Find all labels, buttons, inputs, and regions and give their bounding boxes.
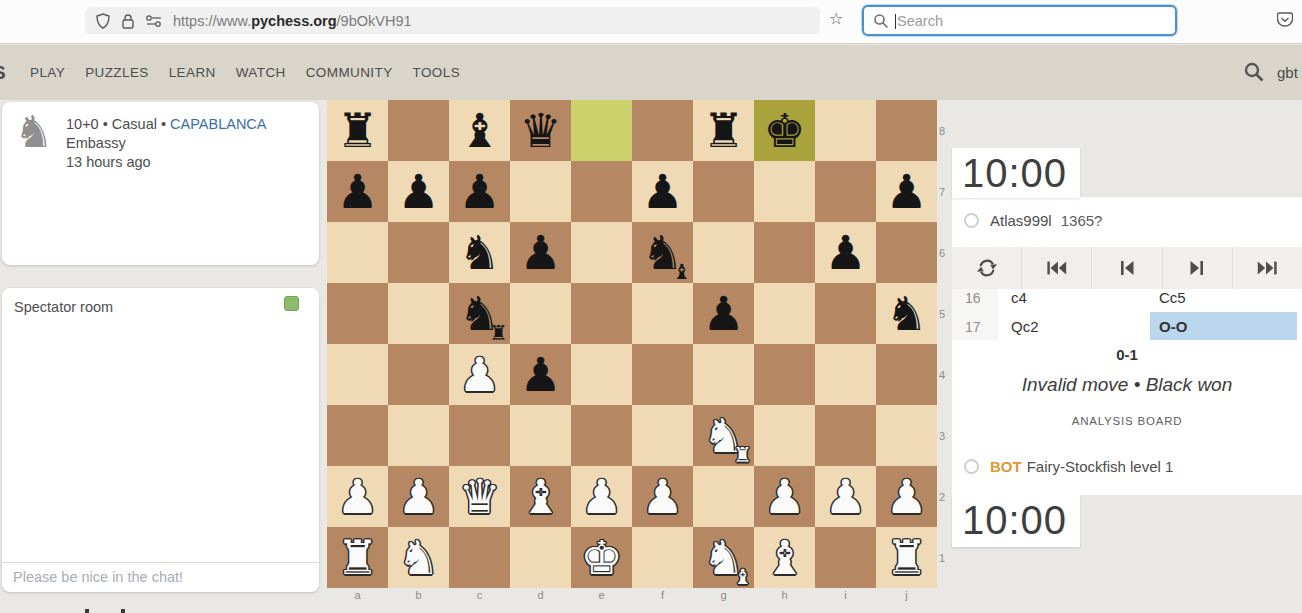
chat-room-title: Spectator room: [14, 299, 113, 315]
square-j7[interactable]: ♟: [876, 161, 937, 222]
flip-board-icon: [976, 257, 998, 279]
player-circle-icon: [964, 213, 979, 228]
flip-board-button[interactable]: [952, 247, 1022, 289]
square-j5[interactable]: ♞: [876, 283, 937, 344]
game-subvariant: Embassy: [66, 134, 267, 153]
square-j6[interactable]: [876, 222, 937, 283]
square-d5[interactable]: [510, 283, 571, 344]
square-b2[interactable]: ♟: [388, 466, 449, 527]
chat-card: Spectator room: [2, 288, 319, 592]
game-info-lines: 10+0 • Casual • CAPABLANCA Embassy 13 ho…: [66, 115, 267, 172]
bot-badge: BOT: [990, 458, 1022, 475]
piece-white-P-b2: ♟: [388, 466, 449, 527]
square-b7[interactable]: ♟: [388, 161, 449, 222]
square-g3[interactable]: ♞♜: [693, 405, 754, 466]
username[interactable]: gbt: [1277, 64, 1298, 81]
square-f4[interactable]: [632, 344, 693, 405]
move-row-17: 17Qc2O-O: [952, 312, 1302, 340]
site-search-icon[interactable]: [1243, 61, 1265, 83]
square-b6[interactable]: [388, 222, 449, 283]
square-a7[interactable]: ♟: [327, 161, 388, 222]
square-d2[interactable]: ♝: [510, 466, 571, 527]
next-move-button[interactable]: [1163, 247, 1233, 289]
shield-icon[interactable]: [95, 13, 111, 29]
lock-icon[interactable]: [121, 13, 135, 29]
piece-black-P-j7: ♟: [876, 161, 937, 222]
square-f1[interactable]: [632, 527, 693, 588]
rank-label-7: 7: [939, 161, 951, 222]
compound-piece-badge: ♜: [733, 445, 752, 466]
game-result: 0-1: [952, 346, 1302, 363]
square-h3[interactable]: [754, 405, 815, 466]
square-a1[interactable]: ♜: [327, 527, 388, 588]
square-e6[interactable]: [571, 222, 632, 283]
move-list: 16c4Cc517Qc2O-O: [952, 289, 1302, 340]
square-h7[interactable]: [754, 161, 815, 222]
square-h5[interactable]: [754, 283, 815, 344]
square-h6[interactable]: [754, 222, 815, 283]
piece-white-A-g1: ♞♝: [693, 527, 754, 588]
rank-label-2: 2: [939, 466, 951, 527]
piece-black-R-g8: ♜: [693, 100, 754, 161]
square-i2[interactable]: ♟: [815, 466, 876, 527]
panel-black-player-name: Atlas999l: [990, 212, 1052, 229]
piece-black-N-j5: ♞: [876, 283, 937, 344]
piece-black-N-c6: ♞: [449, 222, 510, 283]
nav-item-tools[interactable]: TOOLS: [413, 65, 461, 80]
piece-black-P-f7: ♟: [632, 161, 693, 222]
square-g1[interactable]: ♞♝: [693, 527, 754, 588]
panel-black-player-row[interactable]: Atlas999l 1365?: [964, 212, 1294, 229]
analysis-board-link[interactable]: ANALYSIS BOARD: [952, 415, 1302, 427]
file-label-g: g: [693, 589, 754, 605]
piece-white-P-e2: ♟: [571, 466, 632, 527]
square-c7[interactable]: ♟: [449, 161, 510, 222]
first-move-button[interactable]: [1022, 247, 1092, 289]
square-g8[interactable]: ♜: [693, 100, 754, 161]
piece-black-P-d6: ♟: [510, 222, 571, 283]
square-e8[interactable]: [571, 100, 632, 161]
square-d8[interactable]: ♛: [510, 100, 571, 161]
piece-black-A-f6: ♞♝: [632, 222, 693, 283]
nav-item-community[interactable]: COMMUNITY: [306, 65, 393, 80]
chat-input-wrap: [2, 562, 319, 591]
piece-white-P-h2: ♟: [754, 466, 815, 527]
square-i3[interactable]: [815, 405, 876, 466]
panel-white-player-name: Fairy-Stockfish level 1: [1027, 458, 1174, 475]
move-black[interactable]: Cc5: [1150, 289, 1297, 312]
square-f6[interactable]: ♞♝: [632, 222, 693, 283]
text-caret: [895, 14, 896, 29]
square-a6[interactable]: [327, 222, 388, 283]
move-white[interactable]: c4: [998, 289, 1150, 306]
move-white[interactable]: Qc2: [998, 318, 1150, 335]
last-move-button[interactable]: [1233, 247, 1302, 289]
square-h2[interactable]: ♟: [754, 466, 815, 527]
black-clock: 10:00: [952, 148, 1080, 198]
screen: https://www.pychess.org/9bOkVH91 ☆ S PLA…: [0, 0, 1302, 613]
move-controls-toolbar: [952, 247, 1302, 289]
panel-white-player-row[interactable]: BOT Fairy-Stockfish level 1: [964, 458, 1294, 475]
rank-label-4: 4: [939, 344, 951, 405]
piece-black-Q-d8: ♛: [510, 100, 571, 161]
chat-input[interactable]: [2, 563, 319, 591]
player-circle-icon: [964, 459, 979, 474]
step-back-icon: [1118, 259, 1136, 277]
chat-presence-indicator: [284, 296, 299, 311]
white-clock: 10:00: [952, 495, 1080, 547]
square-i8[interactable]: [815, 100, 876, 161]
file-label-b: b: [388, 589, 449, 605]
site-logo-partial[interactable]: S: [0, 62, 7, 84]
nav-items: PLAYPUZZLESLEARNWATCHCOMMUNITYTOOLS: [30, 45, 460, 100]
file-label-d: d: [510, 589, 571, 605]
step-forward-icon: [1188, 259, 1206, 277]
square-j4[interactable]: [876, 344, 937, 405]
square-g7[interactable]: [693, 161, 754, 222]
game-info-card: ♞ 10+0 • Casual • CAPABLANCA Embassy 13 …: [2, 102, 319, 265]
rank-label-3: 3: [939, 405, 951, 466]
compound-piece-badge: ♝: [733, 567, 752, 588]
bookmark-star-icon[interactable]: ☆: [829, 9, 843, 28]
piece-white-B-d2: ♝: [510, 466, 571, 527]
piece-black-P-a7: ♟: [327, 161, 388, 222]
piece-white-B-h1: ♝: [754, 527, 815, 588]
square-h4[interactable]: [754, 344, 815, 405]
square-c6[interactable]: ♞: [449, 222, 510, 283]
piece-white-R-j1: ♜: [876, 527, 937, 588]
file-label-j: j: [876, 589, 937, 605]
square-j8[interactable]: [876, 100, 937, 161]
piece-white-P-j2: ♟: [876, 466, 937, 527]
nav-item-watch[interactable]: WATCH: [236, 65, 286, 80]
compound-piece-badge: ♝: [672, 262, 691, 283]
square-g6[interactable]: [693, 222, 754, 283]
game-header: 10+0 • Casual • CAPABLANCA: [66, 115, 267, 134]
skip-to-start-icon: [1046, 259, 1068, 277]
square-j1[interactable]: ♜: [876, 527, 937, 588]
square-c4[interactable]: ♟: [449, 344, 510, 405]
move-black-selected[interactable]: O-O: [1150, 312, 1297, 340]
piece-white-Q-c2: ♛: [449, 466, 510, 527]
piece-black-C-c5: ♞♜: [449, 283, 510, 344]
rank-label-6: 6: [939, 222, 951, 283]
rank-label-5: 5: [939, 283, 951, 344]
square-b4[interactable]: [388, 344, 449, 405]
square-g4[interactable]: [693, 344, 754, 405]
move-number: 16: [952, 289, 998, 312]
file-label-i: i: [815, 589, 876, 605]
browser-chrome: https://www.pychess.org/9bOkVH91 ☆: [0, 0, 1302, 44]
game-result-reason: Invalid move • Black won: [952, 374, 1302, 396]
square-d1[interactable]: [510, 527, 571, 588]
piece-black-K-h8: ♚: [754, 100, 815, 161]
square-c8[interactable]: ♝: [449, 100, 510, 161]
file-label-f: f: [632, 589, 693, 605]
square-f8[interactable]: [632, 100, 693, 161]
square-d3[interactable]: [510, 405, 571, 466]
file-label-h: h: [754, 589, 815, 605]
square-b3[interactable]: [388, 405, 449, 466]
clipped-text-below-fold: [121, 609, 125, 613]
square-j2[interactable]: ♟: [876, 466, 937, 527]
variant-link[interactable]: CAPABLANCA: [170, 116, 266, 132]
square-d4[interactable]: ♟: [510, 344, 571, 405]
piece-white-K-e1: ♚: [571, 527, 632, 588]
square-c3[interactable]: [449, 405, 510, 466]
square-e5[interactable]: [571, 283, 632, 344]
rank-label-1: 1: [939, 527, 951, 588]
search-icon: [873, 13, 889, 29]
square-e3[interactable]: [571, 405, 632, 466]
compound-piece-badge: ♜: [489, 323, 508, 344]
square-h1[interactable]: ♝: [754, 527, 815, 588]
variant-knight-icon: ♞: [14, 110, 53, 154]
piece-white-P-c4: ♟: [449, 344, 510, 405]
pocket-icon[interactable]: [1277, 12, 1293, 27]
square-e4[interactable]: [571, 344, 632, 405]
move-row-16: 16c4Cc5: [952, 289, 1302, 312]
skip-to-end-icon: [1256, 259, 1278, 277]
square-f3[interactable]: [632, 405, 693, 466]
square-a8[interactable]: ♜: [327, 100, 388, 161]
square-f5[interactable]: [632, 283, 693, 344]
panel-black-player-rating: 1365?: [1061, 212, 1103, 229]
square-c5[interactable]: ♞♜: [449, 283, 510, 344]
square-c2[interactable]: ♛: [449, 466, 510, 527]
file-label-e: e: [571, 589, 632, 605]
piece-black-B-c8: ♝: [449, 100, 510, 161]
piece-white-N-b1: ♞: [388, 527, 449, 588]
piece-black-P-i6: ♟: [815, 222, 876, 283]
previous-move-button[interactable]: [1092, 247, 1162, 289]
piece-black-P-d4: ♟: [510, 344, 571, 405]
square-f2[interactable]: ♟: [632, 466, 693, 527]
piece-white-C-g3: ♞♜: [693, 405, 754, 466]
square-g5[interactable]: ♟: [693, 283, 754, 344]
square-b1[interactable]: ♞: [388, 527, 449, 588]
piece-black-P-g5: ♟: [693, 283, 754, 344]
square-a2[interactable]: ♟: [327, 466, 388, 527]
permissions-icon[interactable]: [145, 14, 163, 28]
square-g2[interactable]: [693, 466, 754, 527]
site-navbar: S PLAYPUZZLESLEARNWATCHCOMMUNITYTOOLS gb…: [0, 45, 1302, 100]
move-number: 17: [952, 312, 998, 340]
square-j3[interactable]: [876, 405, 937, 466]
file-label-c: c: [449, 589, 510, 605]
square-e7[interactable]: [571, 161, 632, 222]
file-label-a: a: [327, 589, 388, 605]
browser-search-input[interactable]: [897, 9, 1167, 33]
square-h8[interactable]: ♚: [754, 100, 815, 161]
square-a3[interactable]: [327, 405, 388, 466]
game-time-ago: 13 hours ago: [66, 153, 267, 172]
nav-item-play[interactable]: PLAY: [30, 65, 65, 80]
piece-black-R-a8: ♜: [327, 100, 388, 161]
square-i1[interactable]: [815, 527, 876, 588]
square-d6[interactable]: ♟: [510, 222, 571, 283]
piece-black-P-b7: ♟: [388, 161, 449, 222]
piece-white-P-i2: ♟: [815, 466, 876, 527]
square-a4[interactable]: [327, 344, 388, 405]
square-i4[interactable]: [815, 344, 876, 405]
url-bar[interactable]: https://www.pychess.org/9bOkVH91: [85, 7, 820, 34]
square-f7[interactable]: ♟: [632, 161, 693, 222]
browser-search: [862, 5, 1177, 36]
rank-label-8: 8: [939, 100, 951, 161]
url-text: https://www.pychess.org/9bOkVH91: [173, 13, 412, 29]
piece-white-R-a1: ♜: [327, 527, 388, 588]
square-a5[interactable]: [327, 283, 388, 344]
square-d7[interactable]: [510, 161, 571, 222]
square-b5[interactable]: [388, 283, 449, 344]
square-i6[interactable]: ♟: [815, 222, 876, 283]
square-i5[interactable]: [815, 283, 876, 344]
clipped-text-below-fold: [85, 609, 89, 613]
square-e2[interactable]: ♟: [571, 466, 632, 527]
piece-white-P-f2: ♟: [632, 466, 693, 527]
piece-black-P-c7: ♟: [449, 161, 510, 222]
nav-item-puzzles[interactable]: PUZZLES: [85, 65, 149, 80]
square-c1[interactable]: [449, 527, 510, 588]
square-b8[interactable]: [388, 100, 449, 161]
square-e1[interactable]: ♚: [571, 527, 632, 588]
chess-board: ♜♝♛♜♚♟♟♟♟♟♞♟♞♝♟♞♜♟♞♟♟♞♜♟♟♛♝♟♟♟♟♟♜♞♚♞♝♝♜: [327, 100, 937, 588]
square-i7[interactable]: [815, 161, 876, 222]
piece-white-P-a2: ♟: [327, 466, 388, 527]
nav-item-learn[interactable]: LEARN: [169, 65, 216, 80]
